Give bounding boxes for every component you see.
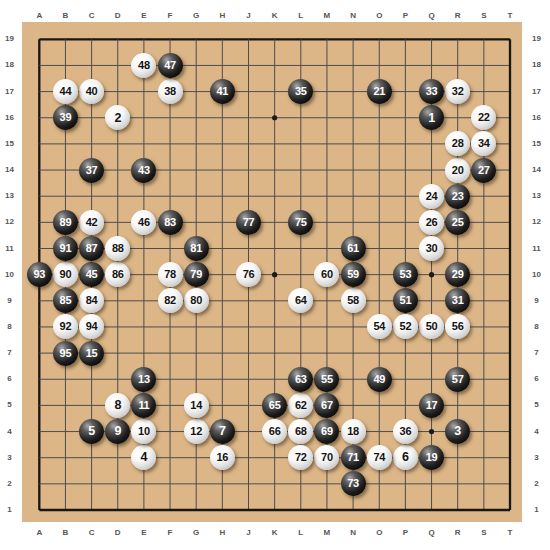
- coord-label-top-R: R: [449, 11, 467, 21]
- hoshi-point: [272, 115, 277, 120]
- coord-label-left-6: 6: [2, 374, 17, 384]
- coord-label-left-10: 10: [2, 270, 17, 280]
- stone-move-42: 42: [79, 210, 104, 235]
- coord-label-right-2: 2: [529, 479, 544, 489]
- stone-move-95: 95: [53, 341, 78, 366]
- coord-label-bottom-E: E: [135, 528, 153, 538]
- coord-label-right-15: 15: [529, 139, 544, 149]
- stone-move-63: 63: [288, 367, 313, 392]
- coord-label-right-19: 19: [529, 34, 544, 44]
- hoshi-point: [429, 272, 434, 277]
- stone-move-61: 61: [341, 236, 366, 261]
- coord-label-top-D: D: [109, 11, 127, 21]
- coord-label-bottom-J: J: [240, 528, 258, 538]
- coord-label-left-1: 1: [2, 505, 17, 515]
- stone-move-16: 16: [210, 445, 235, 470]
- stone-move-25: 25: [445, 210, 470, 235]
- coord-label-right-14: 14: [529, 165, 544, 175]
- coord-label-top-G: G: [187, 11, 205, 21]
- stone-move-53: 53: [393, 262, 418, 287]
- stone-move-89: 89: [53, 210, 78, 235]
- coord-label-right-3: 3: [529, 453, 544, 463]
- coord-label-right-10: 10: [529, 270, 544, 280]
- coord-label-top-N: N: [344, 11, 362, 21]
- stone-move-20: 20: [445, 158, 470, 183]
- coord-label-top-S: S: [475, 11, 493, 21]
- coord-label-top-L: L: [292, 11, 310, 21]
- coord-label-top-A: A: [30, 11, 48, 21]
- coord-label-right-4: 4: [529, 427, 544, 437]
- hoshi-point: [429, 429, 434, 434]
- coord-label-bottom-M: M: [318, 528, 336, 538]
- stone-move-13: 13: [131, 367, 156, 392]
- coord-label-left-14: 14: [2, 165, 17, 175]
- coord-label-left-13: 13: [2, 191, 17, 201]
- coord-label-left-4: 4: [2, 427, 17, 437]
- page: 1234567891011121314151617181920212223242…: [0, 0, 550, 550]
- stone-move-38: 38: [158, 79, 183, 104]
- stone-move-21: 21: [367, 79, 392, 104]
- coord-label-right-17: 17: [529, 87, 544, 97]
- coord-label-bottom-T: T: [501, 528, 519, 538]
- stone-move-5: 5: [79, 419, 104, 444]
- coord-label-top-H: H: [213, 11, 231, 21]
- coord-label-top-M: M: [318, 11, 336, 21]
- coord-label-left-9: 9: [2, 296, 17, 306]
- coord-label-left-15: 15: [2, 139, 17, 149]
- coord-label-top-K: K: [266, 11, 284, 21]
- coord-label-top-J: J: [240, 11, 258, 21]
- coord-label-left-7: 7: [2, 348, 17, 358]
- coord-label-left-18: 18: [2, 60, 17, 70]
- stone-move-83: 83: [158, 210, 183, 235]
- coord-label-right-16: 16: [529, 113, 544, 123]
- coord-label-top-Q: Q: [423, 11, 441, 21]
- coord-label-left-12: 12: [2, 217, 17, 227]
- stone-move-37: 37: [79, 158, 104, 183]
- stone-move-7: 7: [210, 419, 235, 444]
- stone-move-59: 59: [341, 262, 366, 287]
- coord-label-left-5: 5: [2, 400, 17, 410]
- stone-move-78: 78: [158, 262, 183, 287]
- coord-label-bottom-H: H: [213, 528, 231, 538]
- coord-label-right-13: 13: [529, 191, 544, 201]
- stone-move-49: 49: [367, 367, 392, 392]
- coord-label-right-9: 9: [529, 296, 544, 306]
- coord-label-bottom-N: N: [344, 528, 362, 538]
- hoshi-point: [272, 272, 277, 277]
- stone-move-75: 75: [288, 210, 313, 235]
- stone-move-58: 58: [341, 288, 366, 313]
- coord-label-left-17: 17: [2, 87, 17, 97]
- coord-label-top-F: F: [161, 11, 179, 21]
- stone-move-74: 74: [367, 445, 392, 470]
- stone-move-73: 73: [341, 471, 366, 496]
- stone-move-43: 43: [131, 158, 156, 183]
- stone-move-71: 71: [341, 445, 366, 470]
- stone-move-36: 36: [393, 419, 418, 444]
- coord-label-top-C: C: [83, 11, 101, 21]
- coord-label-top-B: B: [56, 11, 74, 21]
- coord-label-bottom-K: K: [266, 528, 284, 538]
- coord-label-right-18: 18: [529, 60, 544, 70]
- stone-move-12: 12: [184, 419, 209, 444]
- coord-label-right-12: 12: [529, 217, 544, 227]
- coord-label-bottom-B: B: [56, 528, 74, 538]
- coord-label-bottom-R: R: [449, 528, 467, 538]
- coord-label-bottom-D: D: [109, 528, 127, 538]
- stone-move-47: 47: [158, 53, 183, 78]
- coord-label-top-E: E: [135, 11, 153, 21]
- stone-move-33: 33: [419, 79, 444, 104]
- coord-label-top-P: P: [396, 11, 414, 21]
- coord-label-left-16: 16: [2, 113, 17, 123]
- coord-label-bottom-Q: Q: [423, 528, 441, 538]
- coord-label-bottom-C: C: [83, 528, 101, 538]
- coord-label-bottom-A: A: [30, 528, 48, 538]
- coord-label-top-T: T: [501, 11, 519, 21]
- stone-move-44: 44: [53, 79, 78, 104]
- coord-label-left-19: 19: [2, 34, 17, 44]
- coord-label-bottom-F: F: [161, 528, 179, 538]
- stone-move-81: 81: [184, 236, 209, 261]
- stone-move-79: 79: [184, 262, 209, 287]
- stone-move-91: 91: [53, 236, 78, 261]
- coord-label-right-1: 1: [529, 505, 544, 515]
- stone-move-17: 17: [419, 393, 444, 418]
- coord-label-right-7: 7: [529, 348, 544, 358]
- coord-label-right-5: 5: [529, 400, 544, 410]
- coord-label-bottom-L: L: [292, 528, 310, 538]
- stone-move-15: 15: [79, 341, 104, 366]
- stone-move-18: 18: [341, 419, 366, 444]
- stone-move-65: 65: [262, 393, 287, 418]
- stone-move-30: 30: [419, 236, 444, 261]
- coord-label-left-11: 11: [2, 244, 17, 254]
- coord-label-left-3: 3: [2, 453, 17, 463]
- stone-move-41: 41: [210, 79, 235, 104]
- coord-label-bottom-G: G: [187, 528, 205, 538]
- stone-move-77: 77: [236, 210, 261, 235]
- stone-move-76: 76: [236, 262, 261, 287]
- coord-label-left-8: 8: [2, 322, 17, 332]
- stone-move-90: 90: [53, 262, 78, 287]
- coord-label-left-2: 2: [2, 479, 17, 489]
- stone-move-24: 24: [419, 184, 444, 209]
- stone-move-23: 23: [445, 184, 470, 209]
- stone-move-93: 93: [27, 262, 52, 287]
- stone-move-80: 80: [184, 288, 209, 313]
- stone-move-8: 8: [105, 393, 130, 418]
- stone-move-14: 14: [184, 393, 209, 418]
- coord-label-top-O: O: [370, 11, 388, 21]
- stone-move-26: 26: [419, 210, 444, 235]
- stone-move-27: 27: [471, 158, 496, 183]
- stone-move-57: 57: [445, 367, 470, 392]
- coord-label-right-11: 11: [529, 244, 544, 254]
- coord-label-right-8: 8: [529, 322, 544, 332]
- stone-move-87: 87: [79, 236, 104, 261]
- stone-move-82: 82: [158, 288, 183, 313]
- coord-label-right-6: 6: [529, 374, 544, 384]
- coord-label-bottom-S: S: [475, 528, 493, 538]
- stone-move-6: 6: [393, 445, 418, 470]
- coord-label-bottom-P: P: [396, 528, 414, 538]
- coord-label-bottom-O: O: [370, 528, 388, 538]
